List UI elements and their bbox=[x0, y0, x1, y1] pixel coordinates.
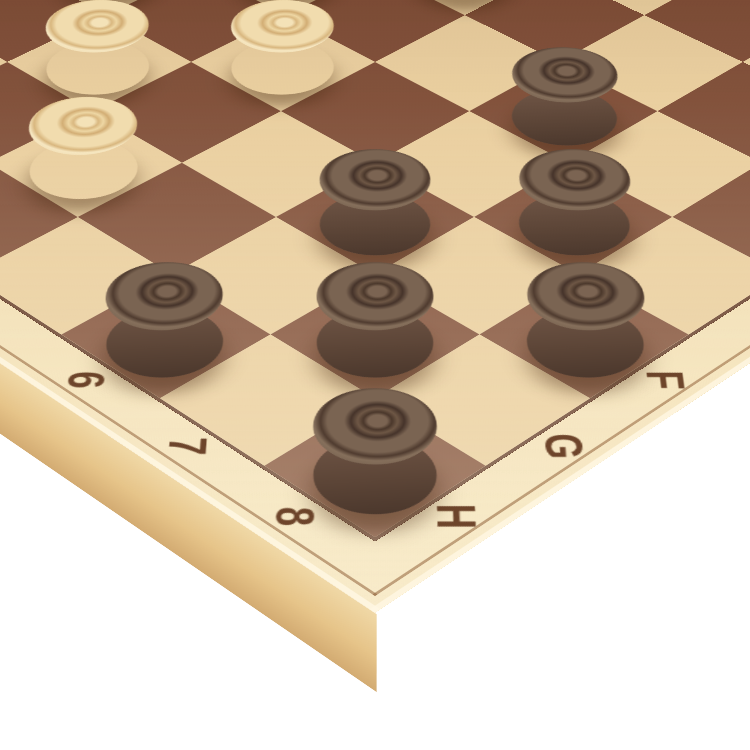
square-g7[interactable] bbox=[270, 274, 479, 398]
dark-checker-h6[interactable] bbox=[74, 281, 257, 390]
dark-checker-f8[interactable] bbox=[492, 281, 675, 390]
photo-scene: 6 7 8 F G H bbox=[0, 0, 750, 750]
board-frame: 6 7 8 F G H bbox=[0, 0, 750, 613]
checkers-board: 6 7 8 F G H bbox=[0, 0, 750, 613]
checker-top bbox=[490, 36, 639, 114]
